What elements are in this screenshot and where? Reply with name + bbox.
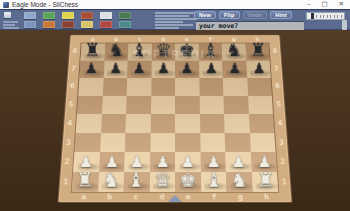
toolbar-icons: [24, 12, 131, 28]
piece-black-pawn[interactable]: ♟: [127, 60, 151, 78]
panel-home-icon[interactable]: [4, 12, 11, 18]
coordinate-label: 4: [274, 114, 286, 133]
square-b4[interactable]: [101, 114, 126, 133]
square-c4[interactable]: [125, 114, 150, 133]
piece-black-rook[interactable]: ♜: [81, 39, 105, 60]
square-a1[interactable]: ♜: [72, 172, 99, 192]
piece-white-rook[interactable]: ♜: [252, 168, 278, 191]
square-e3[interactable]: [175, 133, 200, 152]
square-a8[interactable]: ♜: [81, 44, 105, 61]
coordinate-label: 7: [270, 60, 282, 78]
square-f1[interactable]: ♝: [200, 172, 226, 192]
square-b6[interactable]: [102, 78, 127, 96]
square-d6[interactable]: [151, 78, 175, 96]
square-e4[interactable]: [175, 114, 200, 133]
square-c5[interactable]: [126, 96, 151, 114]
maximize-button[interactable]: ▢: [321, 0, 327, 9]
square-h1[interactable]: ♜: [251, 172, 278, 192]
piece-black-knight[interactable]: ♞: [104, 39, 128, 60]
coordinate-label: a: [70, 193, 97, 202]
square-d8[interactable]: ♛: [151, 44, 175, 61]
square-h7[interactable]: ♟: [246, 61, 271, 78]
square-f3[interactable]: [200, 133, 225, 152]
square-b5[interactable]: [102, 96, 127, 114]
piece-white-king[interactable]: ♚: [175, 168, 201, 191]
move-input[interactable]: your move?: [196, 21, 304, 30]
window-title: Eagle Mode - SilChess: [12, 1, 78, 8]
chess-scene: abcdefgh abcdefgh 87654321 87654321 ♜♞♝♛…: [0, 30, 350, 211]
square-d1[interactable]: ♛: [149, 172, 175, 192]
toolbar-icon[interactable]: [81, 21, 93, 28]
piece-black-rook[interactable]: ♜: [246, 39, 270, 60]
board-grid: ♜♞♝♛♚♝♞♜♟♟♟♟♟♟♟♟♟♟♟♟♟♟♟♟♜♞♝♛♚♝♞♜: [71, 43, 279, 193]
toolbar-icon[interactable]: [43, 21, 55, 28]
square-g7[interactable]: ♟: [222, 61, 246, 78]
button-hint[interactable]: Hint: [270, 11, 292, 19]
square-a4[interactable]: [76, 114, 102, 133]
coordinate-label: 6: [272, 78, 284, 96]
piece-black-pawn[interactable]: ♟: [223, 60, 247, 78]
square-f8[interactable]: ♝: [198, 44, 222, 61]
square-g4[interactable]: [224, 114, 249, 133]
square-f7[interactable]: ♟: [199, 61, 223, 78]
piece-white-bishop[interactable]: ♝: [201, 168, 227, 191]
toolbar-icon[interactable]: [119, 21, 131, 28]
square-h3[interactable]: [249, 133, 275, 152]
title-bar: Eagle Mode - SilChess – ▢ ✕: [0, 0, 350, 9]
piece-white-knight[interactable]: ♞: [98, 168, 124, 191]
square-d7[interactable]: ♟: [151, 61, 175, 78]
toolbar: NewFlipUndoHint your move?: [0, 9, 350, 30]
toolbar-icon[interactable]: [81, 12, 93, 19]
square-d5[interactable]: [151, 96, 176, 114]
square-d4[interactable]: [150, 114, 175, 133]
piece-black-queen[interactable]: ♛: [151, 39, 175, 60]
square-c3[interactable]: [125, 133, 150, 152]
piece-black-pawn[interactable]: ♟: [151, 60, 175, 78]
square-c6[interactable]: [127, 78, 151, 96]
chess-board[interactable]: abcdefgh abcdefgh 87654321 87654321 ♜♞♝♛…: [57, 35, 292, 203]
toolbar-icon[interactable]: [43, 12, 55, 19]
toolbar-icon[interactable]: [100, 12, 112, 19]
toolbar-icon[interactable]: [100, 21, 112, 28]
button-new[interactable]: New: [194, 11, 216, 19]
button-flip[interactable]: Flip: [219, 11, 240, 19]
square-h4[interactable]: [249, 114, 275, 133]
square-a6[interactable]: [78, 78, 103, 96]
slider-ticks: [316, 15, 342, 18]
square-a3[interactable]: [75, 133, 101, 152]
coordinate-label: h: [253, 193, 280, 202]
square-e8[interactable]: ♚: [175, 44, 199, 61]
app-icon: [3, 2, 9, 8]
coordinate-label: 5: [273, 96, 285, 114]
square-g6[interactable]: [223, 78, 248, 96]
piece-black-king[interactable]: ♚: [175, 39, 199, 60]
square-e7[interactable]: ♟: [175, 61, 199, 78]
coordinate-label: b: [96, 193, 123, 202]
square-d3[interactable]: [150, 133, 175, 152]
square-b1[interactable]: ♞: [98, 172, 124, 192]
panel-arrow-icon[interactable]: [168, 195, 182, 202]
square-a5[interactable]: [77, 96, 102, 114]
square-f6[interactable]: [199, 78, 223, 96]
square-h6[interactable]: [247, 78, 272, 96]
piece-white-rook[interactable]: ♜: [72, 168, 98, 191]
square-b3[interactable]: [100, 133, 126, 152]
piece-black-pawn[interactable]: ♟: [175, 60, 199, 78]
square-g8[interactable]: ♞: [222, 44, 246, 61]
square-b8[interactable]: ♞: [104, 44, 128, 61]
mini-scrollbar[interactable]: [342, 20, 347, 30]
square-g5[interactable]: [223, 96, 248, 114]
square-c8[interactable]: ♝: [128, 44, 152, 61]
button-undo[interactable]: Undo: [243, 11, 268, 19]
window-controls: – ▢ ✕: [307, 0, 347, 9]
toolbar-icon[interactable]: [24, 12, 36, 19]
toolbar-icon[interactable]: [62, 12, 74, 19]
piece-black-bishop[interactable]: ♝: [199, 39, 223, 60]
coordinate-label: 3: [275, 133, 288, 152]
square-e6[interactable]: [175, 78, 199, 96]
slider-handle[interactable]: [311, 13, 314, 19]
square-e5[interactable]: [175, 96, 200, 114]
piece-black-pawn[interactable]: ♟: [247, 60, 271, 78]
coordinate-label: 8: [269, 43, 281, 60]
piece-black-knight[interactable]: ♞: [222, 39, 246, 60]
piece-black-pawn[interactable]: ♟: [199, 60, 223, 78]
piece-white-knight[interactable]: ♞: [227, 168, 253, 191]
piece-black-pawn[interactable]: ♟: [103, 60, 127, 78]
piece-white-queen[interactable]: ♛: [149, 168, 175, 191]
piece-white-bishop[interactable]: ♝: [123, 168, 149, 191]
coordinate-label: 1: [278, 172, 291, 192]
app-window: Eagle Mode - SilChess – ▢ ✕ NewFlipUndoH…: [0, 0, 350, 211]
panel-caption-lines: [3, 21, 20, 30]
toolbar-icon[interactable]: [24, 21, 36, 28]
toolbar-icon[interactable]: [62, 21, 74, 28]
toolbar-buttons: NewFlipUndoHint: [194, 11, 292, 19]
piece-black-pawn[interactable]: ♟: [79, 60, 103, 78]
square-c7[interactable]: ♟: [127, 61, 151, 78]
coordinate-label: g: [227, 193, 254, 202]
toolbar-icon[interactable]: [119, 12, 131, 19]
square-f5[interactable]: [199, 96, 224, 114]
minimize-button[interactable]: –: [307, 0, 310, 9]
coordinate-label: f: [201, 193, 227, 202]
square-e1[interactable]: ♚: [175, 172, 201, 192]
coordinate-label: c: [123, 193, 149, 202]
square-h5[interactable]: [248, 96, 273, 114]
piece-black-bishop[interactable]: ♝: [128, 39, 152, 60]
square-c1[interactable]: ♝: [123, 172, 149, 192]
square-a7[interactable]: ♟: [79, 61, 104, 78]
square-g1[interactable]: ♞: [226, 172, 252, 192]
square-h8[interactable]: ♜: [245, 44, 269, 61]
square-f4[interactable]: [200, 114, 225, 133]
square-g3[interactable]: [225, 133, 251, 152]
engine-strength-slider[interactable]: [306, 12, 345, 20]
square-b7[interactable]: ♟: [103, 61, 127, 78]
close-button[interactable]: ✕: [339, 0, 344, 9]
